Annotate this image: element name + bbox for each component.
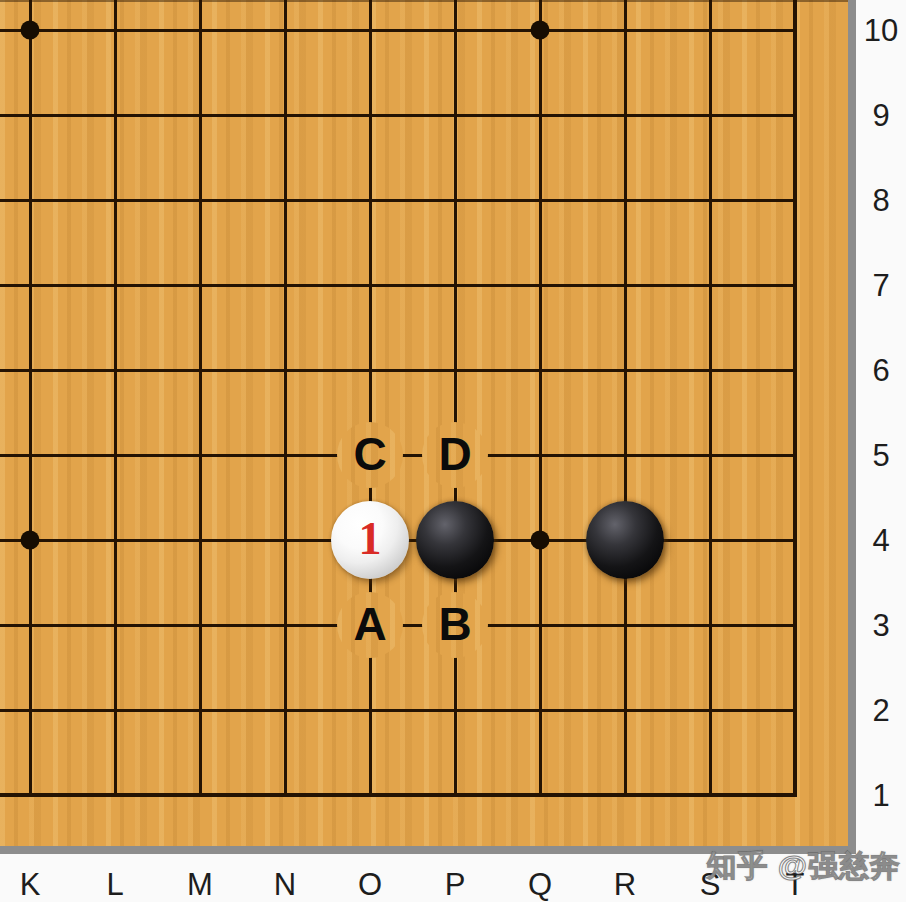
column-label-P: P <box>445 869 466 900</box>
column-label-N: N <box>274 869 296 900</box>
grid-line-vertical-S <box>709 0 712 797</box>
marker-letter-B: B <box>438 601 471 647</box>
row-label-7: 7 <box>872 270 889 301</box>
grid-line-horizontal-1 <box>0 793 797 797</box>
black-stone-R4 <box>586 501 664 579</box>
white-stone-O4: 1 <box>331 501 409 579</box>
marker-letter-D: D <box>438 431 471 477</box>
row-label-9: 9 <box>872 100 889 131</box>
row-label-5: 5 <box>872 440 889 471</box>
grid-line-vertical-Q <box>539 0 542 797</box>
column-label-Q: Q <box>528 869 552 900</box>
star-point-K4 <box>21 531 40 550</box>
star-point-Q10 <box>531 21 550 40</box>
row-label-1: 1 <box>872 780 889 811</box>
grid-line-vertical-K <box>29 0 32 797</box>
grid-line-horizontal-7 <box>0 284 797 287</box>
marker-halo-P3: B <box>422 592 488 658</box>
grid-line-horizontal-6 <box>0 369 797 372</box>
move-number-label: 1 <box>359 516 382 565</box>
grid-line-horizontal-9 <box>0 114 797 117</box>
row-label-6: 6 <box>872 355 889 386</box>
column-label-O: O <box>358 869 382 900</box>
star-point-K10 <box>21 21 40 40</box>
grid-line-vertical-R <box>624 0 627 797</box>
zhihu-watermark: 知乎 @强慈奔 <box>706 846 901 887</box>
grid-line-vertical-O <box>369 0 372 797</box>
row-label-8: 8 <box>872 185 889 216</box>
grid-line-horizontal-2 <box>0 709 797 712</box>
grid-line-vertical-M <box>199 0 202 797</box>
marker-halo-P5: D <box>422 422 488 488</box>
grid-line-vertical-L <box>114 0 117 797</box>
grid-line-vertical-N <box>284 0 287 797</box>
black-stone-P4 <box>416 501 494 579</box>
go-diagram: CDAB1 KLMNOPQRST 10987654321 知乎 @强慈奔 <box>0 0 906 902</box>
grid-line-vertical-T <box>793 0 797 797</box>
column-label-L: L <box>106 869 123 900</box>
column-label-M: M <box>187 869 213 900</box>
marker-halo-O3: A <box>337 592 403 658</box>
row-label-10: 10 <box>864 15 898 46</box>
grid-line-horizontal-8 <box>0 199 797 202</box>
row-label-4: 4 <box>872 525 889 556</box>
column-label-K: K <box>20 869 41 900</box>
go-board: CDAB1 <box>0 0 848 846</box>
marker-letter-C: C <box>353 431 386 477</box>
marker-halo-O5: C <box>337 422 403 488</box>
column-label-R: R <box>614 869 636 900</box>
grid-line-horizontal-10 <box>0 29 797 32</box>
star-point-Q4 <box>531 531 550 550</box>
marker-letter-A: A <box>353 601 386 647</box>
grid-line-vertical-P <box>454 0 457 797</box>
row-label-2: 2 <box>872 695 889 726</box>
row-label-3: 3 <box>872 610 889 641</box>
